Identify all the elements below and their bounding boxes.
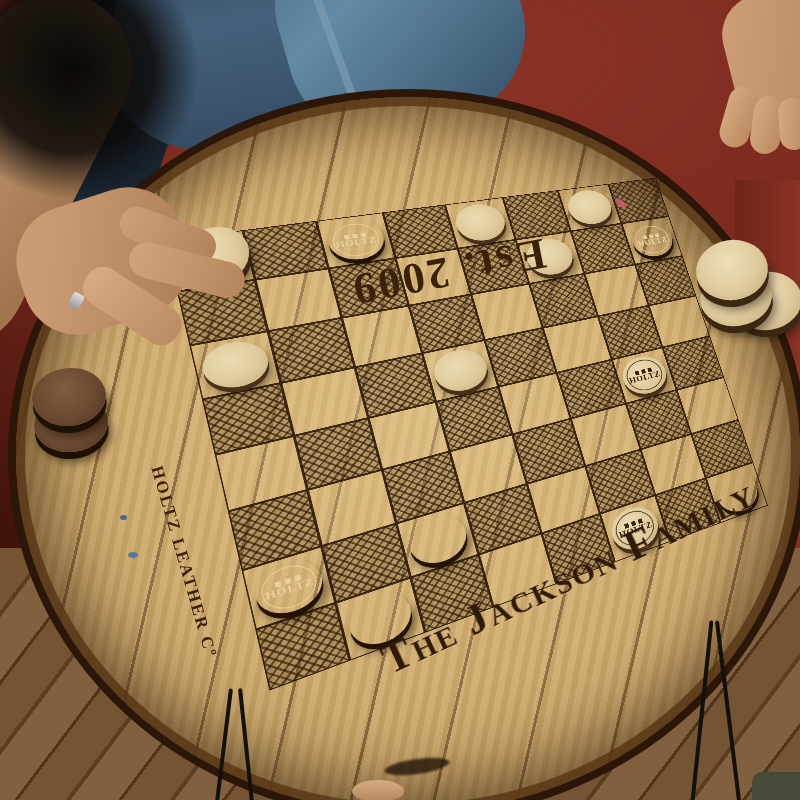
paint-mark <box>128 552 138 558</box>
piece-brand-label: HOLTZ <box>629 370 662 385</box>
piece-brand-label: HOLTZ <box>335 236 377 249</box>
piece-brand-label: HOLTZ <box>637 236 668 247</box>
scuff <box>383 754 450 778</box>
holtz-logo-icon: HOLTZ <box>631 224 672 256</box>
cushion-corner <box>752 772 800 800</box>
screenshot-root: { "game": "checkers", "description": "Ov… <box>0 0 800 800</box>
holtz-logo-icon: HOLTZ <box>329 221 383 259</box>
paint-mark <box>120 515 127 520</box>
bare-foot-toe <box>352 780 404 800</box>
engraving-brand: HOLTZ LEATHER Cº <box>147 464 221 661</box>
opponent-finger <box>777 97 800 151</box>
